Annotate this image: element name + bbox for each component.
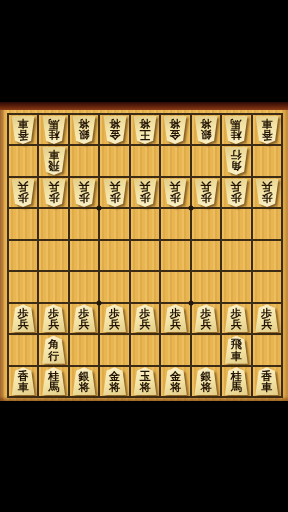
square-6g[interactable]: 歩兵: [100, 304, 128, 333]
piece-lance-sente[interactable]: 香車: [254, 367, 280, 395]
piece-kanji: 兵: [200, 319, 211, 331]
square-5c[interactable]: 歩兵: [131, 178, 159, 207]
square-3g[interactable]: 歩兵: [192, 304, 220, 333]
piece-body: 歩兵: [193, 179, 219, 207]
square-9h[interactable]: [9, 335, 37, 364]
square-1c[interactable]: 歩兵: [253, 178, 281, 207]
piece-pawn-sente[interactable]: 歩兵: [41, 304, 67, 332]
piece-body: 飛車: [41, 147, 67, 175]
piece-body: 金将: [102, 367, 128, 395]
square-3i[interactable]: 銀将: [192, 367, 220, 396]
square-2e[interactable]: [222, 241, 250, 270]
square-4h[interactable]: [161, 335, 189, 364]
shogi-board: 香車桂馬銀将金将王将金将銀将桂馬香車飛車角行歩兵歩兵歩兵歩兵歩兵歩兵歩兵歩兵歩兵…: [0, 102, 288, 401]
square-1h[interactable]: [253, 335, 281, 364]
piece-gold-gote[interactable]: 金将: [162, 116, 188, 144]
piece-knight-gote[interactable]: 桂馬: [41, 116, 67, 144]
piece-body: 桂馬: [223, 367, 249, 395]
square-8i[interactable]: 桂馬: [39, 367, 67, 396]
square-3f[interactable]: [192, 272, 220, 301]
piece-kanji: 将: [79, 117, 90, 129]
square-2i[interactable]: 桂馬: [222, 367, 250, 396]
square-3d[interactable]: [192, 209, 220, 238]
piece-kanji: 兵: [231, 319, 242, 331]
piece-body: 歩兵: [10, 179, 36, 207]
piece-pawn-sente[interactable]: 歩兵: [162, 304, 188, 332]
piece-pawn-gote[interactable]: 歩兵: [162, 179, 188, 207]
piece-pawn-gote[interactable]: 歩兵: [10, 179, 36, 207]
piece-body: 銀将: [71, 367, 97, 395]
square-4f[interactable]: [161, 272, 189, 301]
square-7h[interactable]: [70, 335, 98, 364]
piece-kanji: 兵: [261, 180, 272, 192]
square-7e[interactable]: [70, 241, 98, 270]
piece-pawn-sente[interactable]: 歩兵: [102, 304, 128, 332]
square-7f[interactable]: [70, 272, 98, 301]
piece-kanji: 歩: [261, 192, 272, 204]
piece-kanji: 兵: [109, 319, 120, 331]
piece-kanji: 王: [139, 129, 150, 141]
piece-body: 桂馬: [41, 116, 67, 144]
piece-kanji: 兵: [79, 319, 90, 331]
square-6b[interactable]: [100, 146, 128, 175]
piece-kanji: 将: [139, 382, 150, 394]
piece-kanji: 兵: [48, 180, 59, 192]
square-5b[interactable]: [131, 146, 159, 175]
square-8c[interactable]: 歩兵: [39, 178, 67, 207]
piece-kanji: 将: [170, 382, 181, 394]
piece-kanji: 馬: [231, 382, 242, 394]
square-9g[interactable]: 歩兵: [9, 304, 37, 333]
square-6h[interactable]: [100, 335, 128, 364]
square-3b[interactable]: [192, 146, 220, 175]
square-2g[interactable]: 歩兵: [222, 304, 250, 333]
square-7a[interactable]: 銀将: [70, 115, 98, 144]
piece-gold-sente[interactable]: 金将: [162, 367, 188, 395]
piece-kanji: 車: [48, 149, 59, 161]
square-2b[interactable]: 角行: [222, 146, 250, 175]
piece-body: 飛車: [223, 336, 249, 364]
piece-kanji: 車: [18, 117, 29, 129]
square-9b[interactable]: [9, 146, 37, 175]
piece-kanji: 飛: [48, 160, 59, 172]
piece-kanji: 歩: [200, 192, 211, 204]
piece-body: 香車: [10, 116, 36, 144]
piece-pawn-gote[interactable]: 歩兵: [254, 179, 280, 207]
piece-kanji: 将: [139, 117, 150, 129]
piece-pawn-gote[interactable]: 歩兵: [102, 179, 128, 207]
piece-kanji: 兵: [200, 180, 211, 192]
piece-lance-sente[interactable]: 香車: [10, 367, 36, 395]
piece-body: 角行: [41, 336, 67, 364]
piece-kanji: 行: [231, 149, 242, 161]
piece-knight-gote[interactable]: 桂馬: [223, 116, 249, 144]
piece-body: 歩兵: [223, 304, 249, 332]
piece-pawn-gote[interactable]: 歩兵: [193, 179, 219, 207]
piece-body: 銀将: [193, 367, 219, 395]
piece-kanji: 歩: [109, 192, 120, 204]
square-3h[interactable]: [192, 335, 220, 364]
piece-kanji: 馬: [48, 117, 59, 129]
piece-body: 歩兵: [71, 179, 97, 207]
piece-kanji: 将: [200, 382, 211, 394]
piece-kanji: 銀: [79, 129, 90, 141]
square-4g[interactable]: 歩兵: [161, 304, 189, 333]
star-point: [97, 300, 102, 305]
piece-gold-gote[interactable]: 金将: [102, 116, 128, 144]
piece-body: 銀将: [71, 116, 97, 144]
square-5d[interactable]: [131, 209, 159, 238]
square-1g[interactable]: 歩兵: [253, 304, 281, 333]
piece-body: 金将: [102, 116, 128, 144]
piece-body: 香車: [10, 367, 36, 395]
piece-body: 玉将: [132, 367, 158, 395]
piece-body: 歩兵: [102, 304, 128, 332]
piece-pawn-sente[interactable]: 歩兵: [10, 304, 36, 332]
piece-kanji: 車: [261, 117, 272, 129]
piece-kanji: 歩: [48, 192, 59, 204]
square-1e[interactable]: [253, 241, 281, 270]
star-point: [97, 206, 102, 211]
square-4i[interactable]: 金将: [161, 367, 189, 396]
piece-kanji: 将: [79, 382, 90, 394]
piece-kanji: 行: [48, 351, 59, 363]
square-8d[interactable]: [39, 209, 67, 238]
square-5i[interactable]: 玉将: [131, 367, 159, 396]
piece-body: 桂馬: [223, 116, 249, 144]
star-point: [188, 300, 193, 305]
square-7g[interactable]: 歩兵: [70, 304, 98, 333]
square-1d[interactable]: [253, 209, 281, 238]
piece-pawn-gote[interactable]: 歩兵: [41, 179, 67, 207]
square-9a[interactable]: 香車: [9, 115, 37, 144]
piece-kanji: 車: [231, 351, 242, 363]
piece-pawn-sente[interactable]: 歩兵: [71, 304, 97, 332]
square-3a[interactable]: 銀将: [192, 115, 220, 144]
square-8h[interactable]: 角行: [39, 335, 67, 364]
square-9c[interactable]: 歩兵: [9, 178, 37, 207]
piece-kanji: 兵: [79, 180, 90, 192]
piece-body: 歩兵: [41, 304, 67, 332]
piece-pawn-gote[interactable]: 歩兵: [223, 179, 249, 207]
square-4e[interactable]: [161, 241, 189, 270]
piece-body: 歩兵: [162, 179, 188, 207]
square-1f[interactable]: [253, 272, 281, 301]
square-4c[interactable]: 歩兵: [161, 178, 189, 207]
piece-body: 歩兵: [132, 304, 158, 332]
piece-silver-sente[interactable]: 銀将: [193, 367, 219, 395]
piece-kanji: 角: [231, 160, 242, 172]
piece-bishop-sente[interactable]: 角行: [41, 336, 67, 364]
square-8b[interactable]: 飛車: [39, 146, 67, 175]
piece-kanji: 兵: [231, 180, 242, 192]
piece-kanji: 将: [170, 117, 181, 129]
piece-rook-sente[interactable]: 飛車: [223, 336, 249, 364]
square-6a[interactable]: 金将: [100, 115, 128, 144]
piece-silver-gote[interactable]: 銀将: [71, 116, 97, 144]
piece-kanji: 車: [18, 382, 29, 394]
piece-kanji: 銀: [200, 129, 211, 141]
piece-kanji: 兵: [170, 180, 181, 192]
piece-kanji: 歩: [79, 192, 90, 204]
piece-knight-sente[interactable]: 桂馬: [41, 367, 67, 395]
square-4b[interactable]: [161, 146, 189, 175]
square-6i[interactable]: 金将: [100, 367, 128, 396]
piece-body: 香車: [254, 116, 280, 144]
piece-body: 歩兵: [223, 179, 249, 207]
piece-body: 香車: [254, 367, 280, 395]
board-top-edge: [0, 102, 288, 110]
piece-lance-gote[interactable]: 香車: [254, 116, 280, 144]
piece-kanji: 桂: [231, 129, 242, 141]
piece-kanji: 馬: [231, 117, 242, 129]
piece-kanji: 兵: [18, 319, 29, 331]
piece-kanji: 兵: [170, 319, 181, 331]
piece-kanji: 金: [170, 129, 181, 141]
square-8a[interactable]: 桂馬: [39, 115, 67, 144]
square-1b[interactable]: [253, 146, 281, 175]
square-7d[interactable]: [70, 209, 98, 238]
piece-kanji: 兵: [261, 319, 272, 331]
square-8f[interactable]: [39, 272, 67, 301]
piece-kanji: 歩: [231, 192, 242, 204]
piece-kanji: 歩: [139, 192, 150, 204]
square-5h[interactable]: [131, 335, 159, 364]
piece-kanji: 金: [109, 129, 120, 141]
piece-body: 金将: [162, 116, 188, 144]
piece-body: 歩兵: [254, 304, 280, 332]
piece-pawn-sente[interactable]: 歩兵: [254, 304, 280, 332]
piece-king-sente[interactable]: 玉将: [132, 367, 158, 395]
piece-silver-sente[interactable]: 銀将: [71, 367, 97, 395]
square-9d[interactable]: [9, 209, 37, 238]
piece-pawn-gote[interactable]: 歩兵: [132, 179, 158, 207]
piece-rook-gote[interactable]: 飛車: [41, 147, 67, 175]
piece-body: 歩兵: [41, 179, 67, 207]
piece-body: 歩兵: [254, 179, 280, 207]
square-8g[interactable]: 歩兵: [39, 304, 67, 333]
piece-body: 銀将: [193, 116, 219, 144]
piece-body: 歩兵: [102, 179, 128, 207]
piece-body: 桂馬: [41, 367, 67, 395]
piece-silver-gote[interactable]: 銀将: [193, 116, 219, 144]
piece-kanji: 香: [261, 129, 272, 141]
piece-bishop-gote[interactable]: 角行: [223, 147, 249, 175]
piece-kanji: 桂: [48, 129, 59, 141]
piece-body: 歩兵: [71, 304, 97, 332]
square-2d[interactable]: [222, 209, 250, 238]
square-9e[interactable]: [9, 241, 37, 270]
piece-kanji: 将: [200, 117, 211, 129]
piece-kanji: 兵: [139, 319, 150, 331]
square-5e[interactable]: [131, 241, 159, 270]
piece-body: 歩兵: [10, 304, 36, 332]
piece-body: 金将: [162, 367, 188, 395]
piece-pawn-sente[interactable]: 歩兵: [193, 304, 219, 332]
piece-kanji: 兵: [48, 319, 59, 331]
square-2a[interactable]: 桂馬: [222, 115, 250, 144]
app-screen: 香車桂馬銀将金将王将金将銀将桂馬香車飛車角行歩兵歩兵歩兵歩兵歩兵歩兵歩兵歩兵歩兵…: [0, 0, 288, 512]
square-1i[interactable]: 香車: [253, 367, 281, 396]
piece-body: 歩兵: [193, 304, 219, 332]
piece-body: 角行: [223, 147, 249, 175]
square-5a[interactable]: 王将: [131, 115, 159, 144]
piece-pawn-sente[interactable]: 歩兵: [223, 304, 249, 332]
piece-kanji: 将: [109, 382, 120, 394]
piece-kanji: 兵: [18, 180, 29, 192]
square-6c[interactable]: 歩兵: [100, 178, 128, 207]
board-grid: 香車桂馬銀将金将王将金将銀将桂馬香車飛車角行歩兵歩兵歩兵歩兵歩兵歩兵歩兵歩兵歩兵…: [7, 113, 283, 398]
square-7i[interactable]: 銀将: [70, 367, 98, 396]
piece-body: 王将: [132, 116, 158, 144]
piece-kanji: 香: [18, 129, 29, 141]
piece-kanji: 馬: [48, 382, 59, 394]
square-6d[interactable]: [100, 209, 128, 238]
square-4a[interactable]: 金将: [161, 115, 189, 144]
piece-pawn-sente[interactable]: 歩兵: [132, 304, 158, 332]
piece-king-gote[interactable]: 王将: [132, 116, 158, 144]
piece-kanji: 兵: [139, 180, 150, 192]
square-3e[interactable]: [192, 241, 220, 270]
square-7b[interactable]: [70, 146, 98, 175]
square-5f[interactable]: [131, 272, 159, 301]
piece-lance-gote[interactable]: 香車: [10, 116, 36, 144]
square-2f[interactable]: [222, 272, 250, 301]
square-5g[interactable]: 歩兵: [131, 304, 159, 333]
piece-kanji: 将: [109, 117, 120, 129]
square-4d[interactable]: [161, 209, 189, 238]
square-6f[interactable]: [100, 272, 128, 301]
square-8e[interactable]: [39, 241, 67, 270]
piece-body: 歩兵: [132, 179, 158, 207]
square-6e[interactable]: [100, 241, 128, 270]
piece-knight-sente[interactable]: 桂馬: [223, 367, 249, 395]
square-9i[interactable]: 香車: [9, 367, 37, 396]
square-1a[interactable]: 香車: [253, 115, 281, 144]
square-9f[interactable]: [9, 272, 37, 301]
square-3c[interactable]: 歩兵: [192, 178, 220, 207]
square-2c[interactable]: 歩兵: [222, 178, 250, 207]
piece-kanji: 歩: [170, 192, 181, 204]
piece-body: 歩兵: [162, 304, 188, 332]
square-7c[interactable]: 歩兵: [70, 178, 98, 207]
piece-kanji: 歩: [18, 192, 29, 204]
piece-gold-sente[interactable]: 金将: [102, 367, 128, 395]
piece-kanji: 車: [261, 382, 272, 394]
piece-kanji: 兵: [109, 180, 120, 192]
piece-pawn-gote[interactable]: 歩兵: [71, 179, 97, 207]
square-2h[interactable]: 飛車: [222, 335, 250, 364]
star-point: [188, 206, 193, 211]
